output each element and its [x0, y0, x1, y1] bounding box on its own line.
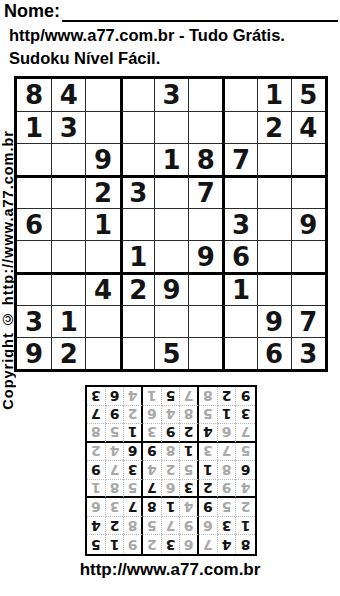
solution-cell-r6c1: 5 [236, 443, 255, 462]
solution-cell-r3c2: 5 [218, 498, 237, 517]
solution-cell-r3c5: 1 [162, 498, 181, 517]
cell-r2c1[interactable]: 1 [17, 111, 51, 143]
cell-r5c2[interactable] [51, 208, 85, 240]
solution-cell-r8c4: 8 [180, 406, 199, 425]
cell-r9c2[interactable]: 2 [51, 337, 85, 369]
solution-cell-r4c4: 3 [180, 480, 199, 499]
solution-cell-r9c1: 9 [236, 387, 255, 406]
cell-r4c4[interactable]: 3 [120, 175, 154, 208]
cell-r8c7[interactable] [222, 305, 256, 337]
solution-cell-r2c4: 9 [180, 517, 199, 536]
name-label: Nome: [4, 1, 60, 22]
cell-r7c3[interactable]: 4 [85, 272, 119, 305]
cell-r4c6[interactable]: 7 [188, 175, 222, 208]
solution-cell-r2c5: 7 [162, 517, 181, 536]
cell-r1c9[interactable]: 5 [291, 79, 325, 111]
cell-r3c4[interactable] [120, 143, 154, 175]
cell-r1c6[interactable] [188, 79, 222, 111]
solution-cell-r7c7: 1 [124, 424, 143, 443]
cell-r4c5[interactable] [154, 175, 188, 208]
solution-cell-r3c6: 8 [143, 498, 162, 517]
solution-cell-r1c1: 8 [236, 535, 255, 554]
cell-r2c7[interactable] [222, 111, 256, 143]
cell-r4c2[interactable] [51, 175, 85, 208]
solution-cell-r3c8: 3 [106, 498, 125, 517]
solution-cell-r4c9: 1 [87, 480, 106, 499]
cell-r1c7[interactable] [222, 79, 256, 111]
footer-url: http://www.a77.com.br [0, 560, 340, 580]
solution-cell-r1c2: 4 [218, 535, 237, 554]
cell-r2c2[interactable]: 3 [51, 111, 85, 143]
cell-r3c7[interactable]: 7 [222, 143, 256, 175]
solution-cell-r6c5: 8 [162, 443, 181, 462]
solution-cell-r2c7: 8 [124, 517, 143, 536]
solution-cell-r8c1: 3 [236, 406, 255, 425]
cell-r2c3[interactable] [85, 111, 119, 143]
cell-r5c4[interactable] [120, 208, 154, 240]
solution-cell-r7c5: 9 [162, 424, 181, 443]
solution-cell-r2c8: 2 [106, 517, 125, 536]
cell-r1c5[interactable]: 3 [154, 79, 188, 111]
cell-r9c3[interactable] [85, 337, 119, 369]
solution-cell-r1c8: 1 [106, 535, 125, 554]
cell-r2c4[interactable] [120, 111, 154, 143]
solution-cell-r5c1: 6 [236, 461, 255, 480]
cell-r2c8[interactable]: 2 [257, 111, 291, 143]
cell-r7c7[interactable]: 1 [222, 272, 256, 305]
solution-cell-r5c3: 1 [199, 461, 218, 480]
solution-cell-r3c1: 2 [236, 498, 255, 517]
cell-r1c1[interactable]: 8 [17, 79, 51, 111]
cell-r3c2[interactable] [51, 143, 85, 175]
solution-cell-r8c7: 2 [124, 406, 143, 425]
solution-cell-r6c9: 2 [87, 443, 106, 462]
solution-cell-r1c6: 2 [143, 535, 162, 554]
solution-cell-r1c5: 3 [162, 535, 181, 554]
cell-r7c9[interactable] [291, 272, 325, 305]
cell-r6c4[interactable]: 1 [120, 240, 154, 272]
cell-r9c5[interactable]: 5 [154, 337, 188, 369]
cell-r5c7[interactable]: 3 [222, 208, 256, 240]
cell-r9c4[interactable] [120, 337, 154, 369]
solution-cell-r6c8: 4 [106, 443, 125, 462]
solution-cell-r2c1: 1 [236, 517, 255, 536]
solution-cell-r8c5: 4 [162, 406, 181, 425]
cell-r1c4[interactable] [120, 79, 154, 111]
solution-cell-r9c9: 3 [87, 387, 106, 406]
sudoku-puzzle-grid: 843151324918723761391964291319792563 [14, 76, 328, 372]
cell-r3c6[interactable]: 8 [188, 143, 222, 175]
solution-cell-r9c3: 8 [199, 387, 218, 406]
solution-cell-r5c9: 9 [87, 461, 106, 480]
solution-cell-r5c6: 4 [143, 461, 162, 480]
cell-r7c1[interactable] [17, 272, 51, 305]
cell-r8c3[interactable] [85, 305, 119, 337]
solution-cell-r2c3: 6 [199, 517, 218, 536]
solution-cell-r5c7: 3 [124, 461, 143, 480]
cell-r3c9[interactable] [291, 143, 325, 175]
cell-r8c2[interactable]: 1 [51, 305, 85, 337]
cell-r5c9[interactable]: 9 [291, 208, 325, 240]
solution-cell-r7c1: 7 [236, 424, 255, 443]
solution-cell-r8c2: 1 [218, 406, 237, 425]
solution-cell-r2c6: 5 [143, 517, 162, 536]
cell-r8c8[interactable]: 9 [257, 305, 291, 337]
solution-cell-r4c7: 5 [124, 480, 143, 499]
solution-cell-r8c3: 5 [199, 406, 218, 425]
cell-r3c5[interactable]: 1 [154, 143, 188, 175]
cell-r4c9[interactable] [291, 175, 325, 208]
solution-cell-r3c3: 9 [199, 498, 218, 517]
solution-cell-r6c4: 1 [180, 443, 199, 462]
cell-r1c2[interactable]: 4 [51, 79, 85, 111]
solution-cell-r7c6: 3 [143, 424, 162, 443]
solution-cell-r9c5: 5 [162, 387, 181, 406]
name-blank-line [62, 1, 338, 22]
cell-r9c1[interactable]: 9 [17, 337, 51, 369]
cell-r3c3[interactable]: 9 [85, 143, 119, 175]
solution-cell-r3c9: 6 [87, 498, 106, 517]
solution-cell-r4c8: 8 [106, 480, 125, 499]
cell-r3c1[interactable] [17, 143, 51, 175]
sudoku-solution-grid-upside-down: 8476329151369758242594187364923675816815… [85, 385, 257, 556]
cell-r8c9[interactable]: 7 [291, 305, 325, 337]
solution-cell-r7c4: 2 [180, 424, 199, 443]
cell-r7c2[interactable] [51, 272, 85, 305]
cell-r2c5[interactable] [154, 111, 188, 143]
cell-r6c2[interactable] [51, 240, 85, 272]
solution-cell-r3c7: 7 [124, 498, 143, 517]
cell-r7c6[interactable] [188, 272, 222, 305]
solution-cell-r1c7: 9 [124, 535, 143, 554]
cell-r9c7[interactable] [222, 337, 256, 369]
cell-r3c8[interactable] [257, 143, 291, 175]
solution-cell-r5c4: 5 [180, 461, 199, 480]
cell-r2c6[interactable] [188, 111, 222, 143]
solution-cell-r2c2: 3 [218, 517, 237, 536]
cell-r6c5[interactable] [154, 240, 188, 272]
cell-r5c6[interactable] [188, 208, 222, 240]
solution-cell-r9c8: 6 [106, 387, 125, 406]
solution-cell-r8c8: 9 [106, 406, 125, 425]
solution-cell-r4c3: 2 [199, 480, 218, 499]
cell-r5c5[interactable] [154, 208, 188, 240]
solution-cell-r1c3: 7 [199, 535, 218, 554]
solution-cell-r9c6: 1 [143, 387, 162, 406]
cell-r6c1[interactable] [17, 240, 51, 272]
cell-r7c5[interactable]: 9 [154, 272, 188, 305]
name-row: Nome: [4, 1, 338, 22]
solution-cell-r4c2: 9 [218, 480, 237, 499]
solution-cell-r5c5: 2 [162, 461, 181, 480]
cell-r5c3[interactable]: 1 [85, 208, 119, 240]
solution-cell-r4c5: 6 [162, 480, 181, 499]
solution-cell-r7c8: 5 [106, 424, 125, 443]
cell-r7c4[interactable]: 2 [120, 272, 154, 305]
solution-cell-r6c7: 6 [124, 443, 143, 462]
cell-r4c7[interactable] [222, 175, 256, 208]
solution-cell-r2c9: 4 [87, 517, 106, 536]
solution-cell-r9c4: 7 [180, 387, 199, 406]
copyright-vertical-text: Copyright © http://www.a77.com.br [0, 80, 15, 460]
cell-r8c6[interactable] [188, 305, 222, 337]
solution-cell-r4c1: 4 [236, 480, 255, 499]
cell-r9c9[interactable]: 3 [291, 337, 325, 369]
cell-r5c8[interactable] [257, 208, 291, 240]
cell-r6c8[interactable] [257, 240, 291, 272]
cell-r9c8[interactable]: 6 [257, 337, 291, 369]
solution-cell-r9c7: 4 [124, 387, 143, 406]
solution-cell-r1c4: 6 [180, 535, 199, 554]
cell-r2c9[interactable]: 4 [291, 111, 325, 143]
cell-r7c8[interactable] [257, 272, 291, 305]
cell-r8c4[interactable] [120, 305, 154, 337]
cell-r6c3[interactable] [85, 240, 119, 272]
cell-r4c8[interactable] [257, 175, 291, 208]
cell-r1c8[interactable]: 1 [257, 79, 291, 111]
solution-cell-r6c6: 9 [143, 443, 162, 462]
solution-cell-r1c9: 5 [87, 535, 106, 554]
solution-cell-r5c2: 8 [218, 461, 237, 480]
cell-r6c7[interactable]: 6 [222, 240, 256, 272]
cell-r6c6[interactable]: 9 [188, 240, 222, 272]
solution-cell-r6c3: 3 [199, 443, 218, 462]
solution-cell-r3c4: 4 [180, 498, 199, 517]
solution-cell-r5c8: 7 [106, 461, 125, 480]
solution-cell-r7c2: 6 [218, 424, 237, 443]
puzzle-level-title: Sudoku Nível Fácil. [9, 49, 160, 68]
solution-cell-r8c9: 7 [87, 406, 106, 425]
cell-r4c1[interactable] [17, 175, 51, 208]
solution-cell-r6c2: 7 [218, 443, 237, 462]
cell-r4c3[interactable]: 2 [85, 175, 119, 208]
cell-r8c5[interactable] [154, 305, 188, 337]
cell-r1c3[interactable] [85, 79, 119, 111]
cell-r9c6[interactable] [188, 337, 222, 369]
cell-r5c1[interactable]: 6 [17, 208, 51, 240]
cell-r8c1[interactable]: 3 [17, 305, 51, 337]
solution-cell-r4c6: 7 [143, 480, 162, 499]
solution-cell-r9c2: 2 [218, 387, 237, 406]
site-title: http/www.a77.com.br - Tudo Grátis. [9, 26, 285, 45]
solution-cell-r7c9: 8 [87, 424, 106, 443]
solution-cell-r8c6: 6 [143, 406, 162, 425]
solution-cell-r7c3: 4 [199, 424, 218, 443]
cell-r6c9[interactable] [291, 240, 325, 272]
